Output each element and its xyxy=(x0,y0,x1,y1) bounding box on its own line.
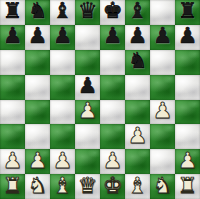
square-f7[interactable]: ♟ xyxy=(125,25,150,50)
square-d5[interactable]: ♟ xyxy=(75,75,100,100)
square-h3[interactable] xyxy=(175,124,200,149)
piece-white-pawn[interactable]: ♟ xyxy=(53,150,73,172)
piece-black-rook[interactable]: ♜ xyxy=(178,0,198,22)
square-f8[interactable]: ♝ xyxy=(125,0,150,25)
square-f5[interactable] xyxy=(125,75,150,100)
piece-black-pawn[interactable]: ♟ xyxy=(3,25,23,47)
square-b2[interactable]: ♟ xyxy=(25,149,50,174)
square-c7[interactable]: ♟ xyxy=(50,25,75,50)
piece-black-rook[interactable]: ♜ xyxy=(3,0,23,22)
square-d7[interactable] xyxy=(75,25,100,50)
square-a5[interactable] xyxy=(0,75,25,100)
square-e7[interactable]: ♟ xyxy=(100,25,125,50)
square-e5[interactable] xyxy=(100,75,125,100)
square-g5[interactable] xyxy=(150,75,175,100)
square-f4[interactable] xyxy=(125,100,150,125)
square-e3[interactable] xyxy=(100,124,125,149)
square-h2[interactable]: ♟ xyxy=(175,149,200,174)
square-b5[interactable] xyxy=(25,75,50,100)
piece-white-pawn[interactable]: ♟ xyxy=(3,150,23,172)
square-g6[interactable] xyxy=(150,50,175,75)
square-a1[interactable]: ♜ xyxy=(0,174,25,199)
square-g1[interactable]: ♞ xyxy=(150,174,175,199)
piece-black-queen[interactable]: ♛ xyxy=(78,0,98,22)
piece-black-bishop[interactable]: ♝ xyxy=(53,0,73,22)
square-b7[interactable]: ♟ xyxy=(25,25,50,50)
piece-black-pawn[interactable]: ♟ xyxy=(178,25,198,47)
square-c8[interactable]: ♝ xyxy=(50,0,75,25)
square-h1[interactable]: ♜ xyxy=(175,174,200,199)
square-b3[interactable] xyxy=(25,124,50,149)
piece-white-knight[interactable]: ♞ xyxy=(153,175,173,197)
square-c5[interactable] xyxy=(50,75,75,100)
square-g7[interactable]: ♟ xyxy=(150,25,175,50)
square-a3[interactable] xyxy=(0,124,25,149)
square-d4[interactable]: ♟ xyxy=(75,100,100,125)
piece-black-knight[interactable]: ♞ xyxy=(128,50,148,72)
square-d1[interactable]: ♛ xyxy=(75,174,100,199)
square-a6[interactable] xyxy=(0,50,25,75)
square-e6[interactable] xyxy=(100,50,125,75)
piece-white-king[interactable]: ♚ xyxy=(103,175,123,197)
square-d2[interactable] xyxy=(75,149,100,174)
square-f2[interactable] xyxy=(125,149,150,174)
square-d8[interactable]: ♛ xyxy=(75,0,100,25)
square-h7[interactable]: ♟ xyxy=(175,25,200,50)
piece-white-bishop[interactable]: ♝ xyxy=(53,175,73,197)
piece-white-rook[interactable]: ♜ xyxy=(178,175,198,197)
square-g3[interactable] xyxy=(150,124,175,149)
piece-white-pawn[interactable]: ♟ xyxy=(153,100,173,122)
square-f1[interactable]: ♝ xyxy=(125,174,150,199)
piece-white-queen[interactable]: ♛ xyxy=(78,175,98,197)
piece-white-pawn[interactable]: ♟ xyxy=(28,150,48,172)
piece-white-pawn[interactable]: ♟ xyxy=(78,100,98,122)
square-e2[interactable]: ♟ xyxy=(100,149,125,174)
square-f3[interactable]: ♟ xyxy=(125,124,150,149)
piece-black-bishop[interactable]: ♝ xyxy=(128,0,148,22)
square-a4[interactable] xyxy=(0,100,25,125)
square-g4[interactable]: ♟ xyxy=(150,100,175,125)
piece-white-pawn[interactable]: ♟ xyxy=(178,150,198,172)
square-e1[interactable]: ♚ xyxy=(100,174,125,199)
square-c6[interactable] xyxy=(50,50,75,75)
piece-black-pawn[interactable]: ♟ xyxy=(53,25,73,47)
square-h4[interactable] xyxy=(175,100,200,125)
piece-white-pawn[interactable]: ♟ xyxy=(103,150,123,172)
square-d3[interactable] xyxy=(75,124,100,149)
piece-black-pawn[interactable]: ♟ xyxy=(153,25,173,47)
piece-white-pawn[interactable]: ♟ xyxy=(128,125,148,147)
square-e8[interactable]: ♚ xyxy=(100,0,125,25)
piece-white-bishop[interactable]: ♝ xyxy=(128,175,148,197)
square-a8[interactable]: ♜ xyxy=(0,0,25,25)
piece-white-rook[interactable]: ♜ xyxy=(3,175,23,197)
piece-white-knight[interactable]: ♞ xyxy=(28,175,48,197)
square-e4[interactable] xyxy=(100,100,125,125)
piece-black-pawn[interactable]: ♟ xyxy=(103,25,123,47)
square-f6[interactable]: ♞ xyxy=(125,50,150,75)
square-h6[interactable] xyxy=(175,50,200,75)
square-c4[interactable] xyxy=(50,100,75,125)
square-a7[interactable]: ♟ xyxy=(0,25,25,50)
piece-black-pawn[interactable]: ♟ xyxy=(128,25,148,47)
piece-black-pawn[interactable]: ♟ xyxy=(28,25,48,47)
square-c2[interactable]: ♟ xyxy=(50,149,75,174)
chess-board: ♜♞♝♛♚♝♜♟♟♟♟♟♟♟♞♟♟♟♟♟♟♟♟♟♜♞♝♛♚♝♞♜ xyxy=(0,0,200,199)
square-b8[interactable]: ♞ xyxy=(25,0,50,25)
piece-black-king[interactable]: ♚ xyxy=(103,0,123,22)
square-g8[interactable] xyxy=(150,0,175,25)
square-h8[interactable]: ♜ xyxy=(175,0,200,25)
square-h5[interactable] xyxy=(175,75,200,100)
square-a2[interactable]: ♟ xyxy=(0,149,25,174)
piece-black-knight[interactable]: ♞ xyxy=(28,0,48,22)
square-b6[interactable] xyxy=(25,50,50,75)
square-b1[interactable]: ♞ xyxy=(25,174,50,199)
square-c1[interactable]: ♝ xyxy=(50,174,75,199)
square-d6[interactable] xyxy=(75,50,100,75)
piece-black-pawn[interactable]: ♟ xyxy=(78,75,98,97)
square-c3[interactable] xyxy=(50,124,75,149)
square-g2[interactable] xyxy=(150,149,175,174)
square-b4[interactable] xyxy=(25,100,50,125)
